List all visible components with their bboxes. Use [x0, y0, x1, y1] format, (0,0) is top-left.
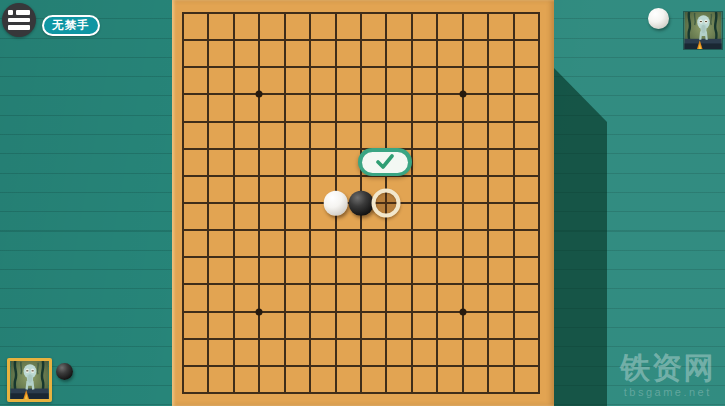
- board-cell: [437, 284, 462, 311]
- board-cell: [259, 122, 284, 149]
- board-cell: [183, 13, 208, 40]
- board-cell: [514, 312, 539, 339]
- board-cell: [285, 176, 310, 203]
- board-cell: [336, 257, 361, 284]
- board-cell: [488, 149, 513, 176]
- menu-button[interactable]: [2, 3, 36, 37]
- board-cell: [488, 230, 513, 257]
- board-cell: [514, 13, 539, 40]
- board-cell: [285, 230, 310, 257]
- board-cell: [336, 284, 361, 311]
- board-cell: [259, 339, 284, 366]
- board-cell: [310, 284, 335, 311]
- board-cell: [386, 366, 411, 393]
- board-cell: [412, 284, 437, 311]
- board-cell: [183, 366, 208, 393]
- board-cell: [386, 312, 411, 339]
- board-cell: [514, 366, 539, 393]
- white-player-stone-icon: [648, 8, 669, 29]
- board-cell: [488, 312, 513, 339]
- board-cell: [514, 339, 539, 366]
- board-cell: [386, 40, 411, 67]
- board-cell: [463, 13, 488, 40]
- game-screen: 无禁手: [0, 0, 725, 406]
- board-cell: [488, 94, 513, 121]
- watermark: 铁资网 tbsgame.net: [621, 353, 716, 398]
- board-cell: [437, 176, 462, 203]
- board-cell: [183, 312, 208, 339]
- board-cell: [412, 149, 437, 176]
- board-cell: [285, 339, 310, 366]
- board-cell: [437, 40, 462, 67]
- white-stone: [323, 191, 348, 216]
- board-cell: [412, 312, 437, 339]
- board-cell: [361, 94, 386, 121]
- board-cell: [463, 312, 488, 339]
- board-cell: [412, 366, 437, 393]
- board-cell: [336, 312, 361, 339]
- board-cell: [310, 122, 335, 149]
- board-cell: [386, 122, 411, 149]
- board-cell: [259, 230, 284, 257]
- board-cell: [488, 284, 513, 311]
- board-cell: [285, 122, 310, 149]
- board-cell: [234, 312, 259, 339]
- board-cell: [183, 40, 208, 67]
- board-cell: [437, 339, 462, 366]
- board-cell: [412, 230, 437, 257]
- board-cell: [259, 203, 284, 230]
- board-cell: [208, 257, 233, 284]
- board-cell: [183, 257, 208, 284]
- board-cell: [183, 67, 208, 94]
- board-cell: [285, 366, 310, 393]
- board-cell: [514, 40, 539, 67]
- board-cell: [412, 339, 437, 366]
- board-cell: [183, 339, 208, 366]
- board-cell: [285, 203, 310, 230]
- board-cell: [514, 94, 539, 121]
- board-cell: [285, 13, 310, 40]
- board-cell: [361, 230, 386, 257]
- board-cell: [361, 284, 386, 311]
- board-cell: [208, 40, 233, 67]
- board-cell: [183, 284, 208, 311]
- board-drop-shadow: [554, 0, 607, 406]
- board-cell: [259, 40, 284, 67]
- board-cell: [437, 230, 462, 257]
- confirm-inner-pill: [362, 152, 408, 173]
- board-cell: [183, 94, 208, 121]
- board-cell: [412, 176, 437, 203]
- board-cell: [514, 203, 539, 230]
- board-cell: [437, 257, 462, 284]
- board-cell: [336, 94, 361, 121]
- board-cell: [386, 13, 411, 40]
- board-cell: [463, 203, 488, 230]
- board-cell: [310, 312, 335, 339]
- board-cell: [259, 67, 284, 94]
- white-player-avatar: [683, 11, 723, 50]
- board-cell: [463, 257, 488, 284]
- board-cell: [234, 176, 259, 203]
- board-cell: [310, 94, 335, 121]
- hamburger-icon: [8, 10, 30, 15]
- board-cell: [234, 203, 259, 230]
- board-cell: [285, 94, 310, 121]
- board-cell: [361, 122, 386, 149]
- board-cell: [412, 203, 437, 230]
- board-cell: [183, 203, 208, 230]
- board-cell: [259, 284, 284, 311]
- board-cell: [412, 122, 437, 149]
- board-cell: [488, 366, 513, 393]
- board-cell: [285, 312, 310, 339]
- board-cell: [361, 366, 386, 393]
- board-cell: [437, 13, 462, 40]
- board-cell: [310, 339, 335, 366]
- board-cell: [361, 13, 386, 40]
- board-cell: [310, 40, 335, 67]
- confirm-move-button[interactable]: [358, 148, 412, 176]
- watermark-title: 铁资网: [621, 353, 716, 383]
- board-cell: [488, 122, 513, 149]
- board-cell: [463, 366, 488, 393]
- board-cell: [437, 149, 462, 176]
- black-player-avatar-active: [7, 358, 52, 402]
- board-cell: [259, 13, 284, 40]
- board-cell: [183, 149, 208, 176]
- board-cell: [285, 40, 310, 67]
- board-cell: [412, 40, 437, 67]
- board-cell: [208, 13, 233, 40]
- board-cell: [208, 149, 233, 176]
- board-cell: [463, 339, 488, 366]
- board-cell: [336, 122, 361, 149]
- board-cell: [183, 230, 208, 257]
- board-cell: [463, 122, 488, 149]
- board-cell: [208, 176, 233, 203]
- board-cell: [514, 122, 539, 149]
- board-cell: [386, 257, 411, 284]
- board-cell: [514, 284, 539, 311]
- board-cell: [310, 149, 335, 176]
- board-cell: [208, 284, 233, 311]
- board-cell: [208, 122, 233, 149]
- board-cell: [310, 366, 335, 393]
- board-cell: [488, 176, 513, 203]
- board-cell: [336, 366, 361, 393]
- board-cell: [514, 230, 539, 257]
- board-cell: [234, 94, 259, 121]
- board-cell: [259, 149, 284, 176]
- board-cell: [234, 67, 259, 94]
- board-cell: [412, 94, 437, 121]
- board-cell: [234, 149, 259, 176]
- board-cell: [259, 312, 284, 339]
- board-cell: [285, 284, 310, 311]
- board-cell: [259, 176, 284, 203]
- black-player-stone-icon: [56, 363, 73, 380]
- board-cell: [234, 122, 259, 149]
- board-cell: [336, 339, 361, 366]
- board-cell: [437, 67, 462, 94]
- board-cell: [234, 339, 259, 366]
- board-cell: [208, 67, 233, 94]
- board-cell: [234, 230, 259, 257]
- board-cell: [208, 366, 233, 393]
- board-cell: [336, 13, 361, 40]
- board-cell: [208, 312, 233, 339]
- board-cell: [488, 40, 513, 67]
- board-cell: [488, 257, 513, 284]
- board-cell: [437, 203, 462, 230]
- board-cell: [386, 230, 411, 257]
- board-cell: [285, 257, 310, 284]
- board-cell: [285, 149, 310, 176]
- board-cell: [386, 339, 411, 366]
- gomoku-board: [172, 0, 554, 406]
- board-cell: [310, 67, 335, 94]
- board-cell: [208, 339, 233, 366]
- board-cell: [361, 312, 386, 339]
- board-cell: [412, 67, 437, 94]
- board-cell: [463, 284, 488, 311]
- board-cell: [285, 67, 310, 94]
- board-cell: [234, 366, 259, 393]
- board-cell: [463, 230, 488, 257]
- board-cell: [488, 203, 513, 230]
- board-cell: [488, 13, 513, 40]
- black-stone: [349, 191, 374, 216]
- board-cell: [463, 40, 488, 67]
- board-cell: [463, 67, 488, 94]
- board-cell: [234, 257, 259, 284]
- board-cell: [463, 94, 488, 121]
- rule-badge: 无禁手: [42, 15, 100, 36]
- board-cell: [437, 312, 462, 339]
- board-cell: [437, 94, 462, 121]
- board-cell: [361, 40, 386, 67]
- board-cell: [488, 339, 513, 366]
- board-cell: [208, 94, 233, 121]
- squidward-avatar-art: [684, 12, 722, 49]
- board-cell: [310, 230, 335, 257]
- board-cell: [234, 13, 259, 40]
- board-cell: [386, 284, 411, 311]
- board-cell: [412, 257, 437, 284]
- board-cell: [310, 257, 335, 284]
- board-cell: [259, 257, 284, 284]
- board-cell: [386, 67, 411, 94]
- board-cell: [336, 230, 361, 257]
- board-grid[interactable]: [182, 12, 540, 394]
- pending-move-marker[interactable]: [372, 189, 401, 218]
- board-cell: [336, 40, 361, 67]
- board-cell: [361, 257, 386, 284]
- board-cell: [412, 13, 437, 40]
- board-cell: [259, 94, 284, 121]
- board-cell: [514, 176, 539, 203]
- board-cell: [361, 339, 386, 366]
- board-cell: [437, 122, 462, 149]
- board-cell: [463, 149, 488, 176]
- board-cell: [386, 94, 411, 121]
- board-cell: [488, 67, 513, 94]
- board-cell: [463, 176, 488, 203]
- board-cell: [259, 366, 284, 393]
- board-cell: [514, 257, 539, 284]
- watermark-subtitle: tbsgame.net: [621, 386, 716, 398]
- board-cell: [437, 366, 462, 393]
- squidward-avatar-art: [10, 361, 49, 399]
- board-cell: [361, 67, 386, 94]
- board-cell: [183, 122, 208, 149]
- board-cell: [183, 176, 208, 203]
- board-cell: [514, 149, 539, 176]
- board-cell: [514, 67, 539, 94]
- check-icon: [375, 154, 395, 170]
- board-cell: [336, 67, 361, 94]
- board-cell: [208, 203, 233, 230]
- board-cell: [208, 230, 233, 257]
- board-cell: [234, 284, 259, 311]
- board-cell: [310, 13, 335, 40]
- board-cell: [234, 40, 259, 67]
